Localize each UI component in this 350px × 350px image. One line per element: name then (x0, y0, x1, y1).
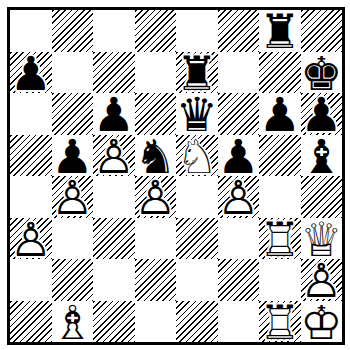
square-b1[interactable]: ♝♗ (52, 301, 94, 343)
piece-white-king: ♚♔ (301, 301, 343, 343)
square-d8[interactable] (135, 10, 177, 52)
piece-white-pawn: ♟♙ (52, 176, 94, 218)
piece-glyph: ♘ (176, 136, 218, 178)
square-d1[interactable] (135, 301, 177, 343)
square-g8[interactable]: ♜♜ (259, 10, 301, 52)
piece-glyph: ♙ (93, 136, 135, 178)
piece-glyph: ♜ (259, 11, 301, 53)
piece-glyph: ♝ (301, 136, 343, 178)
square-c4[interactable] (93, 176, 135, 218)
square-a7[interactable]: ♟♟ (10, 52, 52, 94)
square-d4[interactable]: ♟♙ (135, 176, 177, 218)
chess-diagram: ♜♜♟♟♜♜♚♚♟♟♛♛♟♟♟♟♟♟♟♙♞♞♞♘♟♟♝♝♟♙♟♙♟♙♟♙♜♖♛♕… (0, 0, 350, 350)
piece-white-pawn: ♟♙ (135, 176, 177, 218)
piece-glyph: ♖ (259, 302, 301, 344)
square-e4[interactable] (176, 176, 218, 218)
piece-white-pawn: ♟♙ (93, 135, 135, 177)
square-c8[interactable] (93, 10, 135, 52)
square-c3[interactable] (93, 218, 135, 260)
square-d7[interactable] (135, 52, 177, 94)
piece-black-pawn: ♟♟ (10, 52, 52, 94)
square-e5[interactable]: ♞♘ (176, 135, 218, 177)
square-c2[interactable] (93, 259, 135, 301)
square-a5[interactable] (10, 135, 52, 177)
board-frame: ♜♜♟♟♜♜♚♚♟♟♛♛♟♟♟♟♟♟♟♙♞♞♞♘♟♟♝♝♟♙♟♙♟♙♟♙♜♖♛♕… (7, 7, 345, 345)
square-g5[interactable] (259, 135, 301, 177)
square-g3[interactable]: ♜♖ (259, 218, 301, 260)
piece-black-bishop: ♝♝ (301, 135, 343, 177)
square-b8[interactable] (52, 10, 94, 52)
square-c1[interactable] (93, 301, 135, 343)
piece-white-rook: ♜♖ (259, 218, 301, 260)
piece-white-pawn: ♟♙ (218, 176, 260, 218)
square-a6[interactable] (10, 93, 52, 135)
square-h5[interactable]: ♝♝ (301, 135, 343, 177)
piece-white-knight: ♞♘ (176, 135, 218, 177)
square-f2[interactable] (218, 259, 260, 301)
square-d3[interactable] (135, 218, 177, 260)
square-b7[interactable] (52, 52, 94, 94)
square-b3[interactable] (52, 218, 94, 260)
square-a1[interactable] (10, 301, 52, 343)
square-f8[interactable] (218, 10, 260, 52)
square-f1[interactable] (218, 301, 260, 343)
square-c5[interactable]: ♟♙ (93, 135, 135, 177)
square-a2[interactable] (10, 259, 52, 301)
square-b4[interactable]: ♟♙ (52, 176, 94, 218)
piece-glyph: ♙ (52, 177, 94, 219)
piece-glyph: ♙ (10, 219, 52, 261)
square-f3[interactable] (218, 218, 260, 260)
square-h1[interactable]: ♚♔ (301, 301, 343, 343)
piece-black-rook: ♜♜ (259, 10, 301, 52)
piece-glyph: ♖ (259, 219, 301, 261)
square-e1[interactable] (176, 301, 218, 343)
square-d2[interactable] (135, 259, 177, 301)
square-f7[interactable] (218, 52, 260, 94)
piece-white-rook: ♜♖ (259, 301, 301, 343)
piece-glyph: ♗ (52, 302, 94, 344)
square-e3[interactable] (176, 218, 218, 260)
piece-glyph: ♟ (259, 94, 301, 136)
piece-glyph: ♔ (301, 302, 343, 344)
piece-glyph: ♟ (10, 53, 52, 95)
square-f4[interactable]: ♟♙ (218, 176, 260, 218)
square-e2[interactable] (176, 259, 218, 301)
chess-board: ♜♜♟♟♜♜♚♚♟♟♛♛♟♟♟♟♟♟♟♙♞♞♞♘♟♟♝♝♟♙♟♙♟♙♟♙♜♖♛♕… (10, 10, 342, 342)
piece-white-pawn: ♟♙ (10, 218, 52, 260)
piece-glyph: ♙ (135, 177, 177, 219)
piece-black-pawn: ♟♟ (259, 93, 301, 135)
square-g6[interactable]: ♟♟ (259, 93, 301, 135)
piece-glyph: ♙ (218, 177, 260, 219)
piece-white-bishop: ♝♗ (52, 301, 94, 343)
square-a3[interactable]: ♟♙ (10, 218, 52, 260)
square-g1[interactable]: ♜♖ (259, 301, 301, 343)
